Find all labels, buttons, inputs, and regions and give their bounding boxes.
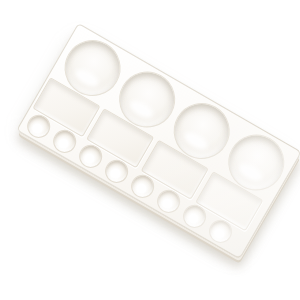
- small-round-well-row: [18, 24, 300, 258]
- paint-palette: [16, 23, 300, 259]
- product-photo-stage: White plastic rectangular artist paint m…: [0, 0, 300, 300]
- photo-caption: White plastic rectangular artist paint m…: [0, 0, 1, 1]
